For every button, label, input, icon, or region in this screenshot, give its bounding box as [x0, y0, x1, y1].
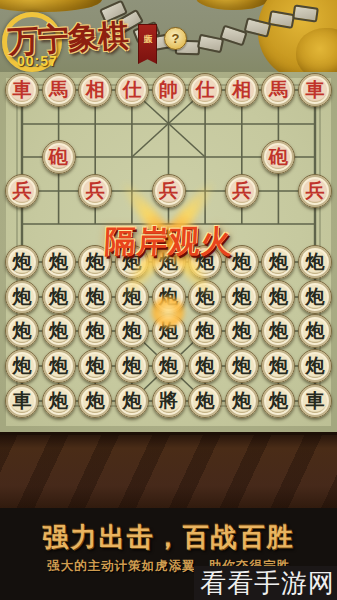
piece-black-r7c6[interactable]: 炮	[225, 314, 259, 348]
piece-red-r0c0[interactable]: 車	[5, 73, 39, 107]
piece-black-r9c6[interactable]: 炮	[225, 384, 259, 418]
flame-core-icon	[150, 296, 186, 328]
piece-black-r6c2[interactable]: 炮	[78, 280, 112, 314]
promo-title: 强力出击，百战百胜	[0, 520, 337, 555]
piece-black-r7c5[interactable]: 炮	[188, 314, 222, 348]
piece-red-r0c4[interactable]: 帥	[152, 73, 186, 107]
piece-black-r8c0[interactable]: 炮	[5, 349, 39, 383]
piece-red-r0c6[interactable]: 相	[225, 73, 259, 107]
piece-black-r8c2[interactable]: 炮	[78, 349, 112, 383]
piece-red-r0c8[interactable]: 車	[298, 73, 332, 107]
game-timer: 00:57	[17, 53, 58, 69]
piece-black-r9c2[interactable]: 炮	[78, 384, 112, 418]
piece-black-r6c1[interactable]: 炮	[42, 280, 76, 314]
piece-red-r0c1[interactable]: 馬	[42, 73, 76, 107]
strategy-banner: 隔岸观火	[0, 221, 337, 263]
piece-black-r7c8[interactable]: 炮	[298, 314, 332, 348]
piece-black-r9c8[interactable]: 車	[298, 384, 332, 418]
piece-red-r0c2[interactable]: 相	[78, 73, 112, 107]
piece-black-r9c5[interactable]: 炮	[188, 384, 222, 418]
piece-black-r6c8[interactable]: 炮	[298, 280, 332, 314]
piece-black-r6c6[interactable]: 炮	[225, 280, 259, 314]
piece-black-r8c8[interactable]: 炮	[298, 349, 332, 383]
piece-black-r9c0[interactable]: 車	[5, 384, 39, 418]
piece-red-r0c3[interactable]: 仕	[115, 73, 149, 107]
piece-red-r3c8[interactable]: 兵	[298, 174, 332, 208]
edition-badge: 大师版	[138, 24, 157, 64]
site-watermark: 看看手游网	[194, 566, 337, 600]
help-button[interactable]: ?	[164, 27, 187, 50]
foliage	[0, 0, 102, 12]
piece-black-r8c3[interactable]: 炮	[115, 349, 149, 383]
piece-black-r7c3[interactable]: 炮	[115, 314, 149, 348]
foliage	[196, 0, 270, 10]
piece-red-r3c0[interactable]: 兵	[5, 174, 39, 208]
piece-black-r9c4[interactable]: 將	[152, 384, 186, 418]
piece-black-r9c1[interactable]: 炮	[42, 384, 76, 418]
piece-black-r9c3[interactable]: 炮	[115, 384, 149, 418]
piece-black-r8c5[interactable]: 炮	[188, 349, 222, 383]
piece-red-r0c5[interactable]: 仕	[188, 73, 222, 107]
piece-black-r8c1[interactable]: 炮	[42, 349, 76, 383]
piece-black-r8c4[interactable]: 炮	[152, 349, 186, 383]
question-mark-icon: ?	[172, 31, 180, 46]
piece-black-r7c0[interactable]: 炮	[5, 314, 39, 348]
piece-black-r8c6[interactable]: 炮	[225, 349, 259, 383]
piece-black-r7c2[interactable]: 炮	[78, 314, 112, 348]
piece-black-r6c0[interactable]: 炮	[5, 280, 39, 314]
piece-red-r3c2[interactable]: 兵	[78, 174, 112, 208]
piece-red-r2c1[interactable]: 砲	[42, 140, 76, 174]
piece-red-r3c6[interactable]: 兵	[225, 174, 259, 208]
wood-floor	[0, 432, 337, 508]
piece-black-r7c1[interactable]: 炮	[42, 314, 76, 348]
piece-red-r3c4[interactable]: 兵	[152, 174, 186, 208]
